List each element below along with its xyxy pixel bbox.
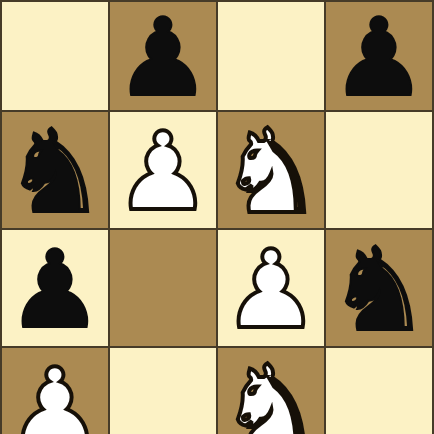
square-r0c1[interactable]: ♟ (110, 2, 216, 110)
white-pawn-piece[interactable]: ♟ (7, 354, 104, 434)
square-r3c0[interactable]: ♟ (2, 348, 108, 434)
square-r3c1[interactable] (110, 348, 216, 434)
black-knight-piece[interactable]: ♞ (327, 232, 431, 348)
white-pawn-piece[interactable]: ♟ (115, 118, 212, 226)
white-knight-piece[interactable]: ♞ (219, 114, 323, 230)
white-pawn-piece[interactable]: ♟ (223, 236, 320, 344)
black-pawn-piece[interactable]: ♟ (7, 236, 104, 344)
square-r1c0[interactable]: ♞ (2, 112, 108, 228)
square-r2c1[interactable] (110, 230, 216, 346)
chess-board: ♟♟♞♟♞♟♟♞♟♞ (0, 0, 434, 434)
square-r2c0[interactable]: ♟ (2, 230, 108, 346)
white-knight-piece[interactable]: ♞ (219, 350, 323, 434)
square-r1c1[interactable]: ♟ (110, 112, 216, 228)
square-r0c3[interactable]: ♟ (326, 2, 432, 110)
black-pawn-piece[interactable]: ♟ (331, 4, 428, 112)
square-r1c2[interactable]: ♞ (218, 112, 324, 228)
square-r2c2[interactable]: ♟ (218, 230, 324, 346)
black-pawn-piece[interactable]: ♟ (115, 4, 212, 112)
square-r3c2[interactable]: ♞ (218, 348, 324, 434)
square-r1c3[interactable] (326, 112, 432, 228)
square-r0c0[interactable] (2, 2, 108, 110)
black-knight-piece[interactable]: ♞ (3, 114, 107, 230)
square-r0c2[interactable] (218, 2, 324, 110)
square-r2c3[interactable]: ♞ (326, 230, 432, 346)
square-r3c3[interactable] (326, 348, 432, 434)
